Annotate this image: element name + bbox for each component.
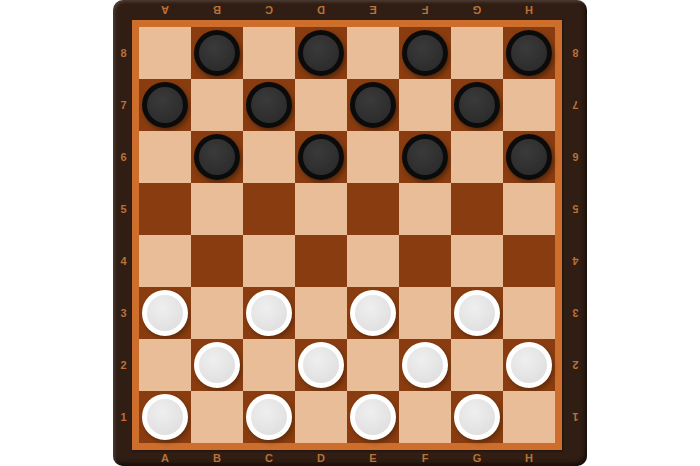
- rank-label-right-1: 1: [564, 391, 587, 443]
- rank-label-right-6: 6: [564, 131, 587, 183]
- square-b8[interactable]: [191, 27, 243, 79]
- square-h2[interactable]: [503, 339, 555, 391]
- square-f8[interactable]: [399, 27, 451, 79]
- square-f2[interactable]: [399, 339, 451, 391]
- white-piece-d2[interactable]: [298, 342, 344, 388]
- black-piece-h6[interactable]: [506, 134, 552, 180]
- black-piece-a7[interactable]: [142, 82, 188, 128]
- square-b3[interactable]: [191, 287, 243, 339]
- square-b2[interactable]: [191, 339, 243, 391]
- file-label-top-g: G: [451, 0, 503, 20]
- square-f6[interactable]: [399, 131, 451, 183]
- rank-label-left-6: 6: [113, 131, 134, 183]
- square-a1[interactable]: [139, 391, 191, 443]
- square-a7[interactable]: [139, 79, 191, 131]
- rank-label-left-5: 5: [113, 183, 134, 235]
- square-e2[interactable]: [347, 339, 399, 391]
- white-piece-a3[interactable]: [142, 290, 188, 336]
- white-piece-f2[interactable]: [402, 342, 448, 388]
- square-e3[interactable]: [347, 287, 399, 339]
- square-g8[interactable]: [451, 27, 503, 79]
- square-g1[interactable]: [451, 391, 503, 443]
- file-label-top-c: C: [243, 0, 295, 20]
- file-label-top-a: A: [139, 0, 191, 20]
- black-piece-d6[interactable]: [298, 134, 344, 180]
- black-piece-c7[interactable]: [246, 82, 292, 128]
- file-label-top-h: H: [503, 0, 555, 20]
- square-a8[interactable]: [139, 27, 191, 79]
- rank-label-right-3: 3: [564, 287, 587, 339]
- square-g4[interactable]: [451, 235, 503, 287]
- square-e8[interactable]: [347, 27, 399, 79]
- white-piece-c3[interactable]: [246, 290, 292, 336]
- rank-label-left-4: 4: [113, 235, 134, 287]
- square-f1[interactable]: [399, 391, 451, 443]
- rank-label-left-3: 3: [113, 287, 134, 339]
- square-d6[interactable]: [295, 131, 347, 183]
- rank-label-right-5: 5: [564, 183, 587, 235]
- square-b4[interactable]: [191, 235, 243, 287]
- square-d1[interactable]: [295, 391, 347, 443]
- rank-labels-left: 87654321: [113, 27, 134, 443]
- board-grid: [139, 27, 555, 443]
- square-e6[interactable]: [347, 131, 399, 183]
- checkers-board: ABCDEFGH ABCDEFGH 87654321 87654321: [113, 0, 587, 466]
- file-labels-top: ABCDEFGH: [139, 0, 555, 20]
- file-label-bottom-h: H: [503, 450, 555, 466]
- square-c5[interactable]: [243, 183, 295, 235]
- file-label-bottom-c: C: [243, 450, 295, 466]
- square-h3[interactable]: [503, 287, 555, 339]
- black-piece-b6[interactable]: [194, 134, 240, 180]
- white-piece-c1[interactable]: [246, 394, 292, 440]
- black-piece-g7[interactable]: [454, 82, 500, 128]
- square-b6[interactable]: [191, 131, 243, 183]
- square-e1[interactable]: [347, 391, 399, 443]
- square-g6[interactable]: [451, 131, 503, 183]
- rank-label-right-8: 8: [564, 27, 587, 79]
- square-d7[interactable]: [295, 79, 347, 131]
- square-a4[interactable]: [139, 235, 191, 287]
- rank-label-left-2: 2: [113, 339, 134, 391]
- square-h6[interactable]: [503, 131, 555, 183]
- square-d5[interactable]: [295, 183, 347, 235]
- rank-label-right-2: 2: [564, 339, 587, 391]
- square-g5[interactable]: [451, 183, 503, 235]
- rank-label-left-8: 8: [113, 27, 134, 79]
- square-d2[interactable]: [295, 339, 347, 391]
- file-label-top-f: F: [399, 0, 451, 20]
- square-c7[interactable]: [243, 79, 295, 131]
- square-e7[interactable]: [347, 79, 399, 131]
- square-h1[interactable]: [503, 391, 555, 443]
- square-c4[interactable]: [243, 235, 295, 287]
- square-c1[interactable]: [243, 391, 295, 443]
- square-h5[interactable]: [503, 183, 555, 235]
- file-label-bottom-d: D: [295, 450, 347, 466]
- square-h7[interactable]: [503, 79, 555, 131]
- file-label-bottom-f: F: [399, 450, 451, 466]
- board-frame: [132, 20, 562, 450]
- rank-label-right-4: 4: [564, 235, 587, 287]
- white-piece-a1[interactable]: [142, 394, 188, 440]
- square-d3[interactable]: [295, 287, 347, 339]
- square-h4[interactable]: [503, 235, 555, 287]
- square-f7[interactable]: [399, 79, 451, 131]
- square-c6[interactable]: [243, 131, 295, 183]
- square-g3[interactable]: [451, 287, 503, 339]
- rank-label-left-1: 1: [113, 391, 134, 443]
- white-piece-h2[interactable]: [506, 342, 552, 388]
- square-f4[interactable]: [399, 235, 451, 287]
- black-piece-h8[interactable]: [506, 30, 552, 76]
- white-piece-e1[interactable]: [350, 394, 396, 440]
- rank-label-right-7: 7: [564, 79, 587, 131]
- square-a6[interactable]: [139, 131, 191, 183]
- file-label-top-d: D: [295, 0, 347, 20]
- rank-label-left-7: 7: [113, 79, 134, 131]
- black-piece-d8[interactable]: [298, 30, 344, 76]
- square-b5[interactable]: [191, 183, 243, 235]
- black-piece-f8[interactable]: [402, 30, 448, 76]
- white-piece-e3[interactable]: [350, 290, 396, 336]
- square-c2[interactable]: [243, 339, 295, 391]
- square-c8[interactable]: [243, 27, 295, 79]
- square-a3[interactable]: [139, 287, 191, 339]
- black-piece-e7[interactable]: [350, 82, 396, 128]
- square-d8[interactable]: [295, 27, 347, 79]
- page-background: ABCDEFGH ABCDEFGH 87654321 87654321: [0, 0, 700, 466]
- file-label-bottom-g: G: [451, 450, 503, 466]
- file-label-top-e: E: [347, 0, 399, 20]
- file-labels-bottom: ABCDEFGH: [139, 450, 555, 466]
- file-label-top-b: B: [191, 0, 243, 20]
- black-piece-f6[interactable]: [402, 134, 448, 180]
- square-b1[interactable]: [191, 391, 243, 443]
- square-e4[interactable]: [347, 235, 399, 287]
- square-f5[interactable]: [399, 183, 451, 235]
- square-a2[interactable]: [139, 339, 191, 391]
- white-piece-g3[interactable]: [454, 290, 500, 336]
- square-c3[interactable]: [243, 287, 295, 339]
- file-label-bottom-a: A: [139, 450, 191, 466]
- square-d4[interactable]: [295, 235, 347, 287]
- square-g2[interactable]: [451, 339, 503, 391]
- square-b7[interactable]: [191, 79, 243, 131]
- square-f3[interactable]: [399, 287, 451, 339]
- square-a5[interactable]: [139, 183, 191, 235]
- file-label-bottom-b: B: [191, 450, 243, 466]
- white-piece-g1[interactable]: [454, 394, 500, 440]
- rank-labels-right: 87654321: [564, 27, 587, 443]
- file-label-bottom-e: E: [347, 450, 399, 466]
- square-g7[interactable]: [451, 79, 503, 131]
- square-h8[interactable]: [503, 27, 555, 79]
- white-piece-b2[interactable]: [194, 342, 240, 388]
- black-piece-b8[interactable]: [194, 30, 240, 76]
- square-e5[interactable]: [347, 183, 399, 235]
